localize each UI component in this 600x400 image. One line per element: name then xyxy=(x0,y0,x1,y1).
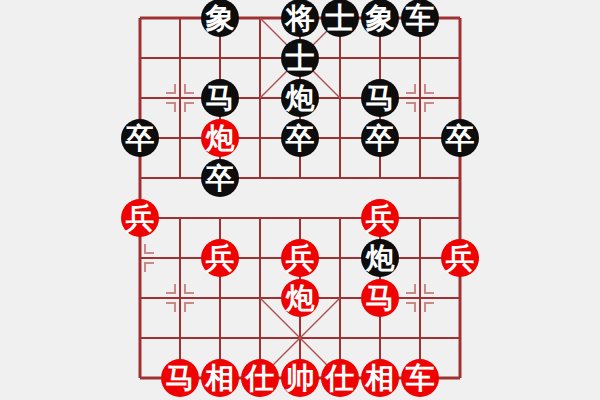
red-advisor-left[interactable]: 仕 xyxy=(241,359,279,397)
red-pawn-file0[interactable]: 兵 xyxy=(121,199,159,237)
black-general[interactable]: 将 xyxy=(281,0,319,37)
black-pawn-file2-advanced[interactable]: 卒 xyxy=(201,159,239,197)
board-area: 象将士象车士马炮马卒炮卒卒卒卒兵兵兵兵炮兵炮马马相仕帅仕相车 xyxy=(0,0,600,400)
red-elephant-left[interactable]: 相 xyxy=(201,359,239,397)
black-pawn-file0[interactable]: 卒 xyxy=(121,119,159,157)
red-pawn-file8[interactable]: 兵 xyxy=(441,239,479,277)
red-advisor-right[interactable]: 仕 xyxy=(321,359,359,397)
black-horse-left[interactable]: 马 xyxy=(201,79,239,117)
black-cannon-center[interactable]: 炮 xyxy=(281,79,319,117)
red-horse-left[interactable]: 马 xyxy=(161,359,199,397)
black-advisor-center[interactable]: 士 xyxy=(281,39,319,77)
red-elephant-right[interactable]: 相 xyxy=(361,359,399,397)
black-pawn-file6[interactable]: 卒 xyxy=(361,119,399,157)
red-general[interactable]: 帅 xyxy=(281,359,319,397)
black-horse-right[interactable]: 马 xyxy=(361,79,399,117)
black-advisor-right[interactable]: 士 xyxy=(321,0,359,37)
black-chariot[interactable]: 车 xyxy=(401,0,439,37)
red-horse-right[interactable]: 马 xyxy=(361,279,399,317)
red-pawn-file4[interactable]: 兵 xyxy=(281,239,319,277)
red-pawn-file2[interactable]: 兵 xyxy=(201,239,239,277)
red-cannon-center[interactable]: 炮 xyxy=(281,279,319,317)
black-pawn-file4[interactable]: 卒 xyxy=(281,119,319,157)
red-pawn-file6[interactable]: 兵 xyxy=(361,199,399,237)
black-cannon-advanced[interactable]: 炮 xyxy=(361,239,399,277)
black-pawn-file8[interactable]: 卒 xyxy=(441,119,479,157)
black-elephant-left[interactable]: 象 xyxy=(201,0,239,37)
red-chariot[interactable]: 车 xyxy=(401,359,439,397)
black-elephant-right[interactable]: 象 xyxy=(361,0,399,37)
red-cannon-advanced[interactable]: 炮 xyxy=(201,119,239,157)
